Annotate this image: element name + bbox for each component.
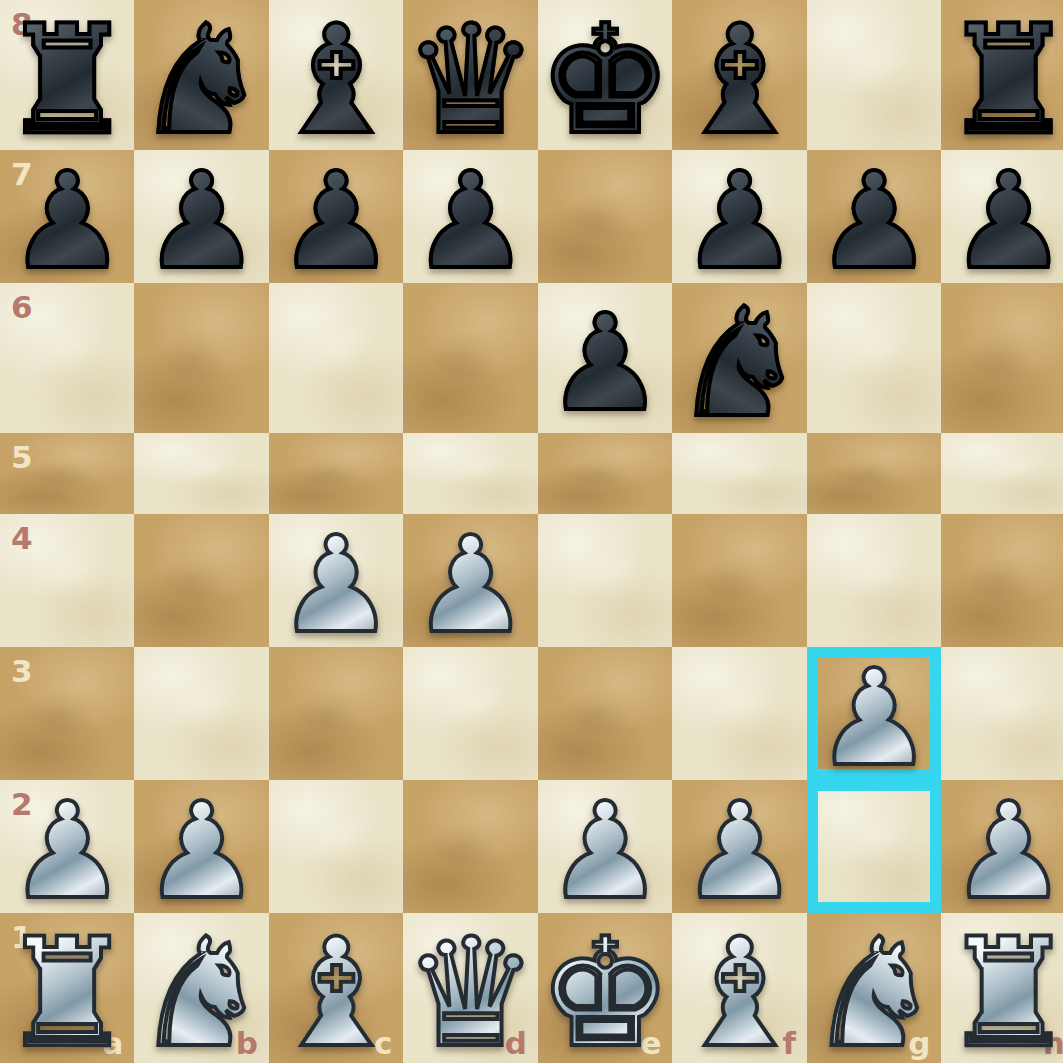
piece-white-pawn[interactable]: ♟ bbox=[949, 785, 1063, 918]
square-d6[interactable] bbox=[403, 283, 537, 433]
square-h5[interactable] bbox=[941, 433, 1063, 514]
rank-label-5: 5 bbox=[11, 439, 33, 475]
square-f8[interactable]: ♝ bbox=[672, 0, 806, 150]
square-e3[interactable] bbox=[538, 647, 672, 780]
square-h1[interactable]: h♜ bbox=[941, 913, 1063, 1063]
square-h4[interactable] bbox=[941, 514, 1063, 647]
piece-black-rook[interactable]: ♜ bbox=[0, 5, 134, 155]
square-d7[interactable]: ♟ bbox=[403, 150, 537, 283]
piece-black-pawn[interactable]: ♟ bbox=[411, 155, 530, 288]
square-a7[interactable]: 7♟ bbox=[0, 150, 134, 283]
square-d1[interactable]: d♛ bbox=[403, 913, 537, 1063]
square-e2[interactable]: ♟ bbox=[538, 780, 672, 913]
square-g7[interactable]: ♟ bbox=[807, 150, 941, 283]
piece-black-pawn[interactable]: ♟ bbox=[815, 155, 934, 288]
piece-white-bishop[interactable]: ♝ bbox=[672, 918, 806, 1063]
square-c6[interactable] bbox=[269, 283, 403, 433]
square-b2[interactable]: ♟ bbox=[134, 780, 268, 913]
square-d3[interactable] bbox=[403, 647, 537, 780]
piece-black-pawn[interactable]: ♟ bbox=[949, 155, 1063, 288]
square-h8[interactable]: ♜ bbox=[941, 0, 1063, 150]
square-a5[interactable]: 5 bbox=[0, 433, 134, 514]
square-c7[interactable]: ♟ bbox=[269, 150, 403, 283]
square-g3[interactable]: ♟ bbox=[807, 647, 941, 780]
square-d5[interactable] bbox=[403, 433, 537, 514]
square-h7[interactable]: ♟ bbox=[941, 150, 1063, 283]
square-c4[interactable]: ♟ bbox=[269, 514, 403, 647]
square-b1[interactable]: b♞ bbox=[134, 913, 268, 1063]
square-f3[interactable] bbox=[672, 647, 806, 780]
piece-white-king[interactable]: ♚ bbox=[538, 918, 672, 1063]
square-b7[interactable]: ♟ bbox=[134, 150, 268, 283]
piece-white-pawn[interactable]: ♟ bbox=[680, 785, 799, 918]
square-f6[interactable]: ♞ bbox=[672, 283, 806, 433]
piece-black-pawn[interactable]: ♟ bbox=[546, 297, 665, 430]
square-c2[interactable] bbox=[269, 780, 403, 913]
piece-white-pawn[interactable]: ♟ bbox=[8, 785, 127, 918]
square-e8[interactable]: ♚ bbox=[538, 0, 672, 150]
square-c8[interactable]: ♝ bbox=[269, 0, 403, 150]
square-b4[interactable] bbox=[134, 514, 268, 647]
piece-black-rook[interactable]: ♜ bbox=[941, 5, 1063, 155]
piece-white-knight[interactable]: ♞ bbox=[134, 918, 268, 1063]
piece-black-pawn[interactable]: ♟ bbox=[680, 155, 799, 288]
square-e5[interactable] bbox=[538, 433, 672, 514]
square-d4[interactable]: ♟ bbox=[403, 514, 537, 647]
square-f4[interactable] bbox=[672, 514, 806, 647]
square-c1[interactable]: c♝ bbox=[269, 913, 403, 1063]
piece-white-pawn[interactable]: ♟ bbox=[277, 519, 396, 652]
square-a1[interactable]: 1a♜ bbox=[0, 913, 134, 1063]
square-c5[interactable] bbox=[269, 433, 403, 514]
square-a6[interactable]: 6 bbox=[0, 283, 134, 433]
square-b8[interactable]: ♞ bbox=[134, 0, 268, 150]
rank-label-4: 4 bbox=[11, 520, 33, 556]
piece-white-knight[interactable]: ♞ bbox=[807, 918, 941, 1063]
square-h6[interactable] bbox=[941, 283, 1063, 433]
square-c3[interactable] bbox=[269, 647, 403, 780]
piece-black-pawn[interactable]: ♟ bbox=[8, 155, 127, 288]
square-f1[interactable]: f♝ bbox=[672, 913, 806, 1063]
rank-label-3: 3 bbox=[11, 653, 33, 689]
square-a3[interactable]: 3 bbox=[0, 647, 134, 780]
chess-board: 8♜♞♝♛♚♝♜7♟♟♟♟♟♟♟6♟♞54♟♟3♟2♟♟♟♟♟1a♜b♞c♝d♛… bbox=[0, 0, 1063, 1063]
square-a4[interactable]: 4 bbox=[0, 514, 134, 647]
piece-black-knight[interactable]: ♞ bbox=[134, 5, 268, 155]
square-f2[interactable]: ♟ bbox=[672, 780, 806, 913]
square-h2[interactable]: ♟ bbox=[941, 780, 1063, 913]
piece-black-king[interactable]: ♚ bbox=[538, 5, 672, 155]
square-g2[interactable] bbox=[807, 780, 941, 913]
square-g1[interactable]: g♞ bbox=[807, 913, 941, 1063]
square-a2[interactable]: 2♟ bbox=[0, 780, 134, 913]
square-g8[interactable] bbox=[807, 0, 941, 150]
square-e6[interactable]: ♟ bbox=[538, 283, 672, 433]
piece-black-pawn[interactable]: ♟ bbox=[277, 155, 396, 288]
piece-black-knight[interactable]: ♞ bbox=[672, 288, 806, 438]
piece-white-pawn[interactable]: ♟ bbox=[815, 652, 934, 785]
square-d8[interactable]: ♛ bbox=[403, 0, 537, 150]
square-g6[interactable] bbox=[807, 283, 941, 433]
square-e4[interactable] bbox=[538, 514, 672, 647]
square-g4[interactable] bbox=[807, 514, 941, 647]
piece-white-queen[interactable]: ♛ bbox=[403, 918, 537, 1063]
square-g5[interactable] bbox=[807, 433, 941, 514]
square-e7[interactable] bbox=[538, 150, 672, 283]
piece-white-bishop[interactable]: ♝ bbox=[269, 918, 403, 1063]
piece-white-pawn[interactable]: ♟ bbox=[142, 785, 261, 918]
square-b5[interactable] bbox=[134, 433, 268, 514]
square-a8[interactable]: 8♜ bbox=[0, 0, 134, 150]
piece-black-queen[interactable]: ♛ bbox=[403, 5, 537, 155]
square-b3[interactable] bbox=[134, 647, 268, 780]
square-h3[interactable] bbox=[941, 647, 1063, 780]
square-f7[interactable]: ♟ bbox=[672, 150, 806, 283]
piece-black-pawn[interactable]: ♟ bbox=[142, 155, 261, 288]
square-e1[interactable]: e♚ bbox=[538, 913, 672, 1063]
piece-white-rook[interactable]: ♜ bbox=[0, 918, 134, 1063]
square-d2[interactable] bbox=[403, 780, 537, 913]
piece-black-bishop[interactable]: ♝ bbox=[269, 5, 403, 155]
piece-white-pawn[interactable]: ♟ bbox=[546, 785, 665, 918]
piece-black-bishop[interactable]: ♝ bbox=[672, 5, 806, 155]
piece-white-pawn[interactable]: ♟ bbox=[411, 519, 530, 652]
piece-white-rook[interactable]: ♜ bbox=[941, 918, 1063, 1063]
square-b6[interactable] bbox=[134, 283, 268, 433]
